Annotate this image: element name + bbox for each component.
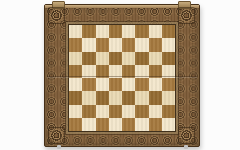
square-c8[interactable]: [96, 25, 109, 38]
square-g7[interactable]: [149, 38, 162, 51]
square-g2[interactable]: [149, 105, 162, 118]
corner-rosette-bottom-left: [48, 127, 65, 144]
square-b4[interactable]: [82, 78, 95, 91]
square-d1[interactable]: [109, 118, 122, 131]
bottom-right-foot: [184, 145, 188, 149]
square-b8[interactable]: [82, 25, 95, 38]
square-c2[interactable]: [96, 105, 109, 118]
square-d2[interactable]: [109, 105, 122, 118]
square-h1[interactable]: [162, 118, 175, 131]
square-a1[interactable]: [69, 118, 82, 131]
square-a8[interactable]: [69, 25, 82, 38]
square-f3[interactable]: [135, 91, 148, 104]
square-f1[interactable]: [135, 118, 148, 131]
square-b2[interactable]: [82, 105, 95, 118]
square-e7[interactable]: [122, 38, 135, 51]
square-d5[interactable]: [109, 65, 122, 78]
square-c7[interactable]: [96, 38, 109, 51]
square-g5[interactable]: [149, 65, 162, 78]
square-g3[interactable]: [149, 91, 162, 104]
square-h7[interactable]: [162, 38, 175, 51]
corner-rosette-top-right: [178, 7, 195, 24]
square-g4[interactable]: [149, 78, 162, 91]
square-d7[interactable]: [109, 38, 122, 51]
square-f2[interactable]: [135, 105, 148, 118]
square-d4[interactable]: [109, 78, 122, 91]
chess-board: [44, 4, 200, 147]
square-f4[interactable]: [135, 78, 148, 91]
square-d8[interactable]: [109, 25, 122, 38]
square-a3[interactable]: [69, 91, 82, 104]
board-top-rim: [45, 5, 199, 8]
bottom-left-foot: [57, 145, 61, 149]
square-f7[interactable]: [135, 38, 148, 51]
square-b7[interactable]: [82, 38, 95, 51]
square-e6[interactable]: [122, 52, 135, 65]
square-c6[interactable]: [96, 52, 109, 65]
square-a5[interactable]: [69, 65, 82, 78]
square-a6[interactable]: [69, 52, 82, 65]
square-a4[interactable]: [69, 78, 82, 91]
square-h6[interactable]: [162, 52, 175, 65]
square-h2[interactable]: [162, 105, 175, 118]
square-d3[interactable]: [109, 91, 122, 104]
square-b3[interactable]: [82, 91, 95, 104]
square-e1[interactable]: [122, 118, 135, 131]
square-a2[interactable]: [69, 105, 82, 118]
square-e2[interactable]: [122, 105, 135, 118]
square-h8[interactable]: [162, 25, 175, 38]
square-g6[interactable]: [149, 52, 162, 65]
square-c1[interactable]: [96, 118, 109, 131]
square-g8[interactable]: [149, 25, 162, 38]
square-h3[interactable]: [162, 91, 175, 104]
square-e8[interactable]: [122, 25, 135, 38]
square-f8[interactable]: [135, 25, 148, 38]
square-h5[interactable]: [162, 65, 175, 78]
square-a7[interactable]: [69, 38, 82, 51]
playing-area: [68, 24, 176, 132]
square-f5[interactable]: [135, 65, 148, 78]
square-c5[interactable]: [96, 65, 109, 78]
square-g1[interactable]: [149, 118, 162, 131]
square-d6[interactable]: [109, 52, 122, 65]
square-c4[interactable]: [96, 78, 109, 91]
square-b5[interactable]: [82, 65, 95, 78]
square-h4[interactable]: [162, 78, 175, 91]
square-f6[interactable]: [135, 52, 148, 65]
corner-rosette-top-left: [48, 7, 65, 24]
square-b6[interactable]: [82, 52, 95, 65]
square-c3[interactable]: [96, 91, 109, 104]
square-e3[interactable]: [122, 91, 135, 104]
square-e5[interactable]: [122, 65, 135, 78]
square-e4[interactable]: [122, 78, 135, 91]
corner-rosette-bottom-right: [178, 127, 195, 144]
square-b1[interactable]: [82, 118, 95, 131]
photo-background: [0, 0, 240, 150]
